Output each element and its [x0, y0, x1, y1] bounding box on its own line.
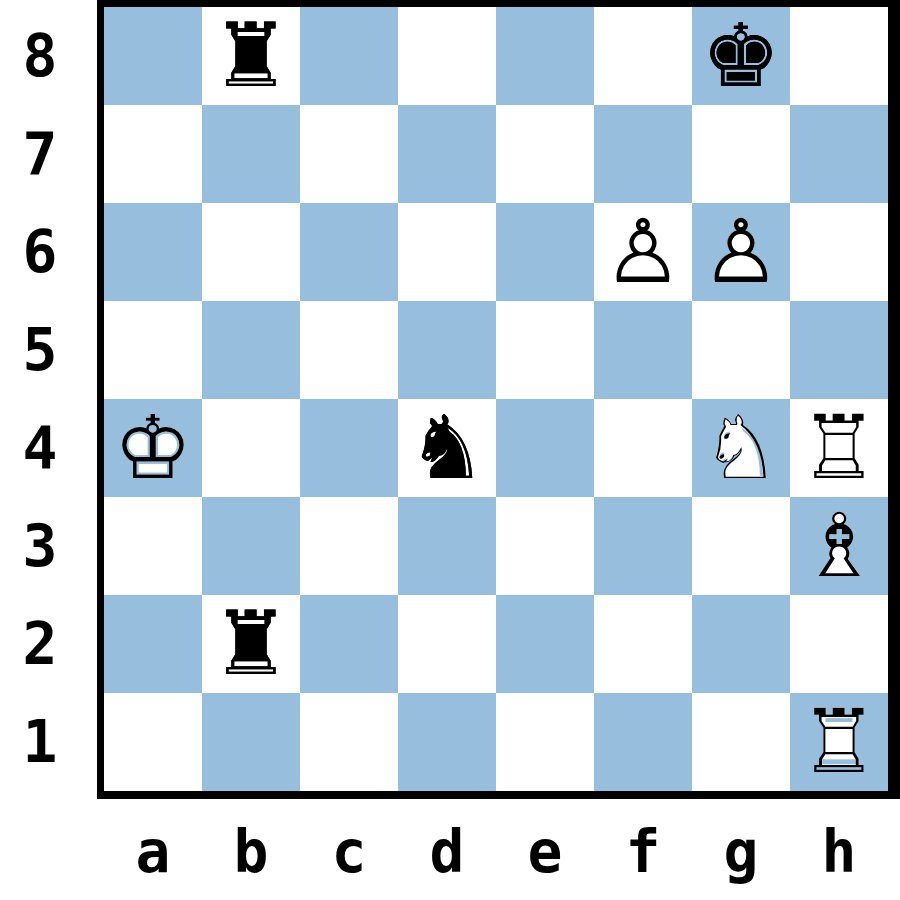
square-c3[interactable]	[300, 497, 398, 595]
square-f3[interactable]	[594, 497, 692, 595]
rank-label-2: 2	[0, 595, 80, 693]
square-b8[interactable]: ♜♜	[202, 7, 300, 105]
rank-label-6: 6	[0, 203, 80, 301]
white-rook-outline: ♖	[790, 693, 888, 791]
white-pawn-outline: ♙	[594, 203, 692, 301]
square-c5[interactable]	[300, 301, 398, 399]
rank-label-1: 1	[0, 693, 80, 791]
square-d2[interactable]	[398, 595, 496, 693]
square-f2[interactable]	[594, 595, 692, 693]
square-a5[interactable]	[104, 301, 202, 399]
square-h7[interactable]	[790, 105, 888, 203]
white-pawn[interactable]: ♟♙	[594, 203, 692, 301]
white-knight[interactable]: ♞♘	[692, 399, 790, 497]
square-h8[interactable]	[790, 7, 888, 105]
rank-label-7: 7	[0, 105, 80, 203]
square-f8[interactable]	[594, 7, 692, 105]
square-a3[interactable]	[104, 497, 202, 595]
square-g5[interactable]	[692, 301, 790, 399]
file-label-a: a	[104, 799, 202, 899]
square-e4[interactable]	[496, 399, 594, 497]
white-rook[interactable]: ♜♖	[790, 693, 888, 791]
square-d1[interactable]	[398, 693, 496, 791]
square-e8[interactable]	[496, 7, 594, 105]
square-a4[interactable]: ♚♔	[104, 399, 202, 497]
file-label-f: f	[594, 799, 692, 899]
file-label-b: b	[202, 799, 300, 899]
square-g3[interactable]	[692, 497, 790, 595]
square-h1[interactable]: ♜♖	[790, 693, 888, 791]
chess-board: ♜♜♚♚♟♙♟♙♚♔♞♞♞♘♜♖♝♗♜♜♜♖	[104, 7, 888, 791]
rank-labels: 87654321	[0, 7, 80, 791]
square-c7[interactable]	[300, 105, 398, 203]
white-knight-outline: ♘	[692, 399, 790, 497]
square-b1[interactable]	[202, 693, 300, 791]
file-label-g: g	[692, 799, 790, 899]
square-f4[interactable]	[594, 399, 692, 497]
square-h6[interactable]	[790, 203, 888, 301]
square-g7[interactable]	[692, 105, 790, 203]
square-d6[interactable]	[398, 203, 496, 301]
square-c2[interactable]	[300, 595, 398, 693]
black-rook-outline: ♜	[202, 595, 300, 693]
square-f6[interactable]: ♟♙	[594, 203, 692, 301]
black-king[interactable]: ♚♚	[692, 7, 790, 105]
square-f1[interactable]	[594, 693, 692, 791]
rank-label-5: 5	[0, 301, 80, 399]
square-a1[interactable]	[104, 693, 202, 791]
square-b2[interactable]: ♜♜	[202, 595, 300, 693]
square-b3[interactable]	[202, 497, 300, 595]
black-knight-outline: ♞	[398, 399, 496, 497]
square-c1[interactable]	[300, 693, 398, 791]
white-rook[interactable]: ♜♖	[790, 399, 888, 497]
white-pawn[interactable]: ♟♙	[692, 203, 790, 301]
square-h5[interactable]	[790, 301, 888, 399]
black-knight[interactable]: ♞♞	[398, 399, 496, 497]
white-bishop[interactable]: ♝♗	[790, 497, 888, 595]
black-rook[interactable]: ♜♜	[202, 7, 300, 105]
square-b7[interactable]	[202, 105, 300, 203]
square-h2[interactable]	[790, 595, 888, 693]
rank-label-4: 4	[0, 399, 80, 497]
square-c6[interactable]	[300, 203, 398, 301]
square-d4[interactable]: ♞♞	[398, 399, 496, 497]
square-e5[interactable]	[496, 301, 594, 399]
square-d8[interactable]	[398, 7, 496, 105]
square-g2[interactable]	[692, 595, 790, 693]
square-d7[interactable]	[398, 105, 496, 203]
square-d3[interactable]	[398, 497, 496, 595]
square-d5[interactable]	[398, 301, 496, 399]
square-e3[interactable]	[496, 497, 594, 595]
file-labels: abcdefgh	[104, 799, 888, 899]
square-a6[interactable]	[104, 203, 202, 301]
square-e1[interactable]	[496, 693, 594, 791]
white-king-outline: ♔	[104, 399, 202, 497]
black-rook-outline: ♜	[202, 7, 300, 105]
square-a2[interactable]	[104, 595, 202, 693]
square-c4[interactable]	[300, 399, 398, 497]
file-label-e: e	[496, 799, 594, 899]
square-b5[interactable]	[202, 301, 300, 399]
square-e7[interactable]	[496, 105, 594, 203]
square-h3[interactable]: ♝♗	[790, 497, 888, 595]
square-b4[interactable]	[202, 399, 300, 497]
square-e2[interactable]	[496, 595, 594, 693]
square-a7[interactable]	[104, 105, 202, 203]
square-f7[interactable]	[594, 105, 692, 203]
black-rook[interactable]: ♜♜	[202, 595, 300, 693]
rank-label-8: 8	[0, 7, 80, 105]
square-g1[interactable]	[692, 693, 790, 791]
square-g8[interactable]: ♚♚	[692, 7, 790, 105]
white-pawn-outline: ♙	[692, 203, 790, 301]
chess-diagram: 87654321 ♜♜♚♚♟♙♟♙♚♔♞♞♞♘♜♖♝♗♜♜♜♖ abcdefgh	[0, 0, 900, 900]
square-b6[interactable]	[202, 203, 300, 301]
file-label-h: h	[790, 799, 888, 899]
file-label-c: c	[300, 799, 398, 899]
square-f5[interactable]	[594, 301, 692, 399]
square-g4[interactable]: ♞♘	[692, 399, 790, 497]
square-a8[interactable]	[104, 7, 202, 105]
board-frame: ♜♜♚♚♟♙♟♙♚♔♞♞♞♘♜♖♝♗♜♜♜♖	[97, 0, 900, 799]
square-h4[interactable]: ♜♖	[790, 399, 888, 497]
white-king[interactable]: ♚♔	[104, 399, 202, 497]
white-rook-outline: ♖	[790, 399, 888, 497]
file-label-d: d	[398, 799, 496, 899]
white-bishop-outline: ♗	[790, 497, 888, 595]
rank-label-3: 3	[0, 497, 80, 595]
square-c8[interactable]	[300, 7, 398, 105]
square-g6[interactable]: ♟♙	[692, 203, 790, 301]
square-e6[interactable]	[496, 203, 594, 301]
black-king-outline: ♚	[692, 7, 790, 105]
